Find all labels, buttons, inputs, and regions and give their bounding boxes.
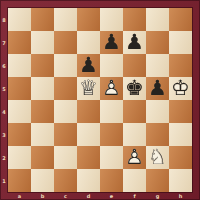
square-h8[interactable] — [169, 8, 192, 31]
rank-label-5: 5 — [0, 77, 8, 100]
piece-glyph: ♚ — [125, 77, 144, 100]
file-label-d: d — [77, 192, 100, 200]
square-g5[interactable]: ♟ — [146, 77, 169, 100]
square-a6[interactable] — [8, 54, 31, 77]
square-a2[interactable] — [8, 146, 31, 169]
piece-black-king-f5[interactable]: ♚ — [123, 77, 146, 100]
square-b7[interactable] — [31, 31, 54, 54]
square-h4[interactable] — [169, 100, 192, 123]
file-label-c: c — [54, 192, 77, 200]
file-label-e: e — [100, 192, 123, 200]
square-f1[interactable] — [123, 169, 146, 192]
rank-label-4: 4 — [0, 100, 8, 123]
square-f7[interactable]: ♟ — [123, 31, 146, 54]
file-label-a: a — [8, 192, 31, 200]
square-c3[interactable] — [54, 123, 77, 146]
square-g3[interactable] — [146, 123, 169, 146]
square-d1[interactable] — [77, 169, 100, 192]
square-b2[interactable] — [31, 146, 54, 169]
square-h3[interactable] — [169, 123, 192, 146]
square-a8[interactable] — [8, 8, 31, 31]
square-d5[interactable]: ♛♕ — [77, 77, 100, 100]
square-c1[interactable] — [54, 169, 77, 192]
piece-black-pawn-e7[interactable]: ♟ — [100, 31, 123, 54]
square-a4[interactable] — [8, 100, 31, 123]
square-f3[interactable] — [123, 123, 146, 146]
square-e6[interactable] — [100, 54, 123, 77]
rank-label-2: 2 — [0, 146, 8, 169]
file-label-b: b — [31, 192, 54, 200]
square-b5[interactable] — [31, 77, 54, 100]
square-d6[interactable]: ♟ — [77, 54, 100, 77]
board-grid: ♟♟♟♛♕♟♙♚♟♚♔♟♙♞♘ — [8, 8, 192, 192]
piece-white-queen-d5[interactable]: ♛♕ — [77, 77, 100, 100]
rank-label-3: 3 — [0, 123, 8, 146]
piece-outline: ♕ — [79, 77, 98, 100]
rank-label-8: 8 — [0, 8, 8, 31]
piece-outline: ♔ — [171, 77, 190, 100]
square-e4[interactable] — [100, 100, 123, 123]
piece-white-pawn-f2[interactable]: ♟♙ — [123, 146, 146, 169]
square-g4[interactable] — [146, 100, 169, 123]
square-c2[interactable] — [54, 146, 77, 169]
square-a5[interactable] — [8, 77, 31, 100]
rank-label-1: 1 — [0, 169, 8, 192]
square-e2[interactable] — [100, 146, 123, 169]
square-f6[interactable] — [123, 54, 146, 77]
piece-black-pawn-g5[interactable]: ♟ — [146, 77, 169, 100]
square-g7[interactable] — [146, 31, 169, 54]
square-f4[interactable] — [123, 100, 146, 123]
square-e3[interactable] — [100, 123, 123, 146]
square-g2[interactable]: ♞♘ — [146, 146, 169, 169]
piece-glyph: ♟ — [125, 31, 144, 54]
piece-glyph: ♟ — [102, 31, 121, 54]
file-label-f: f — [123, 192, 146, 200]
square-h1[interactable] — [169, 169, 192, 192]
square-h7[interactable] — [169, 31, 192, 54]
square-h2[interactable] — [169, 146, 192, 169]
piece-glyph: ♟ — [79, 54, 98, 77]
square-e8[interactable] — [100, 8, 123, 31]
square-f8[interactable] — [123, 8, 146, 31]
square-h6[interactable] — [169, 54, 192, 77]
square-g1[interactable] — [146, 169, 169, 192]
square-d7[interactable] — [77, 31, 100, 54]
square-f2[interactable]: ♟♙ — [123, 146, 146, 169]
piece-outline: ♘ — [148, 146, 167, 169]
square-e5[interactable]: ♟♙ — [100, 77, 123, 100]
square-b4[interactable] — [31, 100, 54, 123]
piece-white-pawn-e5[interactable]: ♟♙ — [100, 77, 123, 100]
square-c4[interactable] — [54, 100, 77, 123]
chessboard: ♟♟♟♛♕♟♙♚♟♚♔♟♙♞♘ 87654321 abcdefgh — [0, 0, 200, 200]
piece-white-king-h5[interactable]: ♚♔ — [169, 77, 192, 100]
square-h5[interactable]: ♚♔ — [169, 77, 192, 100]
piece-white-knight-g2[interactable]: ♞♘ — [146, 146, 169, 169]
square-b6[interactable] — [31, 54, 54, 77]
piece-black-pawn-f7[interactable]: ♟ — [123, 31, 146, 54]
file-label-h: h — [169, 192, 192, 200]
square-a1[interactable] — [8, 169, 31, 192]
file-label-g: g — [146, 192, 169, 200]
square-f5[interactable]: ♚ — [123, 77, 146, 100]
piece-glyph: ♟ — [148, 77, 167, 100]
square-b3[interactable] — [31, 123, 54, 146]
piece-outline: ♙ — [125, 146, 144, 169]
square-d4[interactable] — [77, 100, 100, 123]
square-d8[interactable] — [77, 8, 100, 31]
square-e1[interactable] — [100, 169, 123, 192]
square-c5[interactable] — [54, 77, 77, 100]
square-c6[interactable] — [54, 54, 77, 77]
square-e7[interactable]: ♟ — [100, 31, 123, 54]
square-a7[interactable] — [8, 31, 31, 54]
piece-outline: ♙ — [102, 77, 121, 100]
square-g8[interactable] — [146, 8, 169, 31]
square-g6[interactable] — [146, 54, 169, 77]
square-d2[interactable] — [77, 146, 100, 169]
square-a3[interactable] — [8, 123, 31, 146]
rank-label-6: 6 — [0, 54, 8, 77]
rank-label-7: 7 — [0, 31, 8, 54]
piece-black-pawn-d6[interactable]: ♟ — [77, 54, 100, 77]
square-d3[interactable] — [77, 123, 100, 146]
square-b8[interactable] — [31, 8, 54, 31]
square-c7[interactable] — [54, 31, 77, 54]
square-c8[interactable] — [54, 8, 77, 31]
square-b1[interactable] — [31, 169, 54, 192]
